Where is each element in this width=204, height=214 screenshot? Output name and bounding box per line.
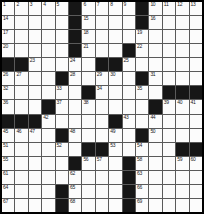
cell-r11c6[interactable] — [69, 143, 81, 156]
cell-r13c7[interactable] — [82, 171, 94, 184]
clue-number-42: 42 — [43, 115, 48, 120]
cell-r1c15[interactable]: 13 — [190, 2, 202, 15]
black-cell-r9c3 — [29, 115, 41, 128]
cell-r6c13[interactable] — [163, 72, 175, 85]
cell-r2c1[interactable]: 14 — [2, 16, 14, 29]
black-cell-r8c4 — [42, 100, 54, 113]
cell-r11c10[interactable] — [123, 143, 135, 156]
black-cell-r2c6 — [69, 16, 81, 29]
cell-r11c5[interactable]: 52 — [56, 143, 68, 156]
cell-r3c11[interactable]: 19 — [136, 30, 148, 43]
clue-number-11: 11 — [164, 2, 169, 7]
cell-r10c14[interactable] — [176, 129, 188, 142]
clue-number-5: 5 — [57, 2, 59, 7]
cell-r7c12[interactable] — [149, 86, 161, 99]
clue-number-15: 15 — [83, 16, 88, 21]
cell-r1c12[interactable]: 10 — [149, 2, 161, 15]
clue-number-26: 26 — [3, 72, 8, 77]
cell-r13c9[interactable] — [109, 171, 121, 184]
clue-number-2: 2 — [16, 2, 18, 7]
clue-number-50: 50 — [150, 129, 155, 134]
cell-r2c9[interactable] — [109, 16, 121, 29]
cell-r11c3[interactable] — [29, 143, 41, 156]
clue-number-67: 67 — [3, 199, 8, 204]
cell-r15c14[interactable] — [176, 199, 188, 212]
clue-number-21: 21 — [83, 44, 88, 49]
black-cell-r15c5 — [56, 199, 68, 212]
cell-r7c4[interactable] — [42, 86, 54, 99]
black-cell-r2c11 — [136, 16, 148, 29]
cell-r6c1[interactable]: 26 — [2, 72, 14, 85]
cell-r3c3[interactable] — [29, 30, 41, 43]
black-cell-r9c2 — [15, 115, 27, 128]
cell-r7c11[interactable]: 35 — [136, 86, 148, 99]
clue-number-68: 68 — [70, 199, 75, 204]
clue-number-13: 13 — [191, 2, 196, 7]
cell-r2c12[interactable]: 16 — [149, 16, 161, 29]
clue-number-17: 17 — [3, 30, 8, 35]
black-cell-r11c7 — [82, 143, 94, 156]
cell-r15c8[interactable] — [96, 199, 108, 212]
cell-r1c14[interactable]: 12 — [176, 2, 188, 15]
cell-r11c4[interactable] — [42, 143, 54, 156]
cell-r13c15[interactable] — [190, 171, 202, 184]
cell-r12c9[interactable] — [109, 157, 121, 170]
cell-r13c5[interactable] — [56, 171, 68, 184]
cell-r5c15[interactable] — [190, 58, 202, 71]
cell-r12c7[interactable]: 56 — [82, 157, 94, 170]
cell-r4c7[interactable]: 21 — [82, 44, 94, 57]
clue-number-35: 35 — [137, 86, 142, 91]
clue-number-6: 6 — [83, 2, 85, 7]
clue-number-1: 1 — [3, 2, 5, 7]
cell-r11c12[interactable] — [149, 143, 161, 156]
clue-number-69: 69 — [137, 199, 142, 204]
clue-number-51: 51 — [3, 143, 8, 148]
clue-number-38: 38 — [83, 100, 88, 105]
black-cell-r7c7 — [82, 86, 94, 99]
cell-r1c5[interactable]: 5 — [56, 2, 68, 15]
clue-number-44: 44 — [150, 115, 155, 120]
clue-number-58: 58 — [137, 157, 142, 162]
clue-number-4: 4 — [43, 2, 45, 7]
cell-r8c8[interactable] — [96, 100, 108, 113]
cell-r4c13[interactable] — [163, 44, 175, 57]
clue-number-66: 66 — [137, 185, 142, 190]
black-cell-r14c10 — [123, 185, 135, 198]
clue-number-9: 9 — [124, 2, 126, 7]
cell-r6c7[interactable] — [82, 72, 94, 85]
cell-r15c2[interactable] — [15, 199, 27, 212]
cell-r8c3[interactable] — [29, 100, 41, 113]
cell-r15c13[interactable] — [163, 199, 175, 212]
black-cell-r5c8 — [96, 58, 108, 71]
cell-r15c7[interactable] — [82, 199, 94, 212]
clue-number-12: 12 — [177, 2, 182, 7]
cell-r3c10[interactable] — [123, 30, 135, 43]
black-cell-r7c13 — [163, 86, 175, 99]
cell-r3c12[interactable] — [149, 30, 161, 43]
cell-r4c2[interactable] — [15, 44, 27, 57]
black-cell-r1c11 — [136, 2, 148, 15]
cell-r10c12[interactable]: 50 — [149, 129, 161, 142]
cell-r2c7[interactable]: 15 — [82, 16, 94, 29]
black-cell-r12c6 — [69, 157, 81, 170]
cell-r12c14[interactable]: 59 — [176, 157, 188, 170]
cell-r8c1[interactable]: 36 — [2, 100, 14, 113]
cell-r4c12[interactable] — [149, 44, 161, 57]
cell-r11c9[interactable]: 53 — [109, 143, 121, 156]
cell-r13c12[interactable] — [149, 171, 161, 184]
cell-r7c10[interactable] — [123, 86, 135, 99]
cell-r12c11[interactable]: 58 — [136, 157, 148, 170]
cell-r5c7[interactable] — [82, 58, 94, 71]
clue-number-65: 65 — [70, 185, 75, 190]
cell-r9c5[interactable] — [56, 115, 68, 128]
cell-r14c4[interactable] — [42, 185, 54, 198]
cell-r13c3[interactable] — [29, 171, 41, 184]
cell-r2c2[interactable] — [15, 16, 27, 29]
cell-r13c2[interactable] — [15, 171, 27, 184]
cell-r7c3[interactable] — [29, 86, 41, 99]
cell-r3c14[interactable] — [176, 30, 188, 43]
black-cell-r14c5 — [56, 185, 68, 198]
cell-r6c8[interactable]: 29 — [96, 72, 108, 85]
cell-r6c15[interactable] — [190, 72, 202, 85]
cell-r7c8[interactable]: 34 — [96, 86, 108, 99]
cell-r3c7[interactable]: 18 — [82, 30, 94, 43]
cell-r4c3[interactable] — [29, 44, 41, 57]
cell-r13c8[interactable] — [96, 171, 108, 184]
clue-number-56: 56 — [83, 157, 88, 162]
black-cell-r7c15 — [190, 86, 202, 99]
cell-r10c6[interactable]: 48 — [69, 129, 81, 142]
black-cell-r9c1 — [2, 115, 14, 128]
cell-r14c8[interactable] — [96, 185, 108, 198]
cell-r14c15[interactable] — [190, 185, 202, 198]
clue-number-52: 52 — [57, 143, 62, 148]
cell-r8c9[interactable] — [109, 100, 121, 113]
cell-r2c10[interactable] — [123, 16, 135, 29]
clue-number-20: 20 — [3, 44, 8, 49]
black-cell-r5c1 — [2, 58, 14, 71]
cell-r5c3[interactable]: 23 — [29, 58, 41, 71]
black-cell-r15c10 — [123, 199, 135, 212]
black-cell-r6c11 — [136, 72, 148, 85]
cell-r14c9[interactable] — [109, 185, 121, 198]
cell-r5c10[interactable]: 25 — [123, 58, 135, 71]
black-cell-r4c6 — [69, 44, 81, 57]
clue-number-3: 3 — [30, 2, 32, 7]
black-cell-r1c6 — [69, 2, 81, 15]
cell-r4c9[interactable] — [109, 44, 121, 57]
cell-r6c2[interactable]: 27 — [15, 72, 27, 85]
cell-r14c11[interactable]: 66 — [136, 185, 148, 198]
clue-number-19: 19 — [137, 30, 142, 35]
cell-r7c5[interactable]: 33 — [56, 86, 68, 99]
cell-r13c11[interactable]: 63 — [136, 171, 148, 184]
cell-r8c14[interactable]: 40 — [176, 100, 188, 113]
clue-number-16: 16 — [150, 16, 155, 21]
clue-number-24: 24 — [70, 58, 75, 63]
cell-r6c4[interactable] — [42, 72, 54, 85]
clue-number-18: 18 — [83, 30, 88, 35]
cell-r5c13[interactable] — [163, 58, 175, 71]
black-cell-r4c10 — [123, 44, 135, 57]
cell-r9c12[interactable]: 44 — [149, 115, 161, 128]
clue-number-30: 30 — [110, 72, 115, 77]
black-cell-r11c8 — [96, 143, 108, 156]
cell-r2c5[interactable] — [56, 16, 68, 29]
cell-r3c2[interactable] — [15, 30, 27, 43]
cell-r11c2[interactable] — [15, 143, 27, 156]
cell-r14c13[interactable] — [163, 185, 175, 198]
black-cell-r3c6 — [69, 30, 81, 43]
cell-r14c7[interactable] — [82, 185, 94, 198]
clue-number-7: 7 — [97, 2, 99, 7]
cell-r2c3[interactable] — [29, 16, 41, 29]
cell-r8c10[interactable] — [123, 100, 135, 113]
clue-number-8: 8 — [110, 2, 112, 7]
cell-r12c4[interactable] — [42, 157, 54, 170]
cell-r9c8[interactable] — [96, 115, 108, 128]
cell-r9c15[interactable] — [190, 115, 202, 128]
cell-r13c4[interactable] — [42, 171, 54, 184]
black-cell-r5c9 — [109, 58, 121, 71]
clue-number-14: 14 — [3, 16, 8, 21]
cell-r5c11[interactable] — [136, 58, 148, 71]
cell-r12c1[interactable]: 55 — [2, 157, 14, 170]
cell-r15c6[interactable]: 68 — [69, 199, 81, 212]
cell-r6c14[interactable] — [176, 72, 188, 85]
clue-number-63: 63 — [137, 171, 142, 176]
cell-r3c13[interactable] — [163, 30, 175, 43]
cell-r1c10[interactable]: 9 — [123, 2, 135, 15]
clue-number-48: 48 — [70, 129, 75, 134]
clue-number-49: 49 — [110, 129, 115, 134]
clue-number-41: 41 — [191, 100, 196, 105]
cell-r9c7[interactable] — [82, 115, 94, 128]
clue-number-33: 33 — [57, 86, 62, 91]
cell-r12c8[interactable]: 57 — [96, 157, 108, 170]
clue-number-39: 39 — [164, 100, 169, 105]
cell-r2c8[interactable] — [96, 16, 108, 29]
cell-r11c11[interactable]: 54 — [136, 143, 148, 156]
cell-r4c14[interactable] — [176, 44, 188, 57]
black-cell-r11c15 — [190, 143, 202, 156]
clue-number-37: 37 — [57, 100, 62, 105]
cell-r8c7[interactable]: 38 — [82, 100, 94, 113]
cell-r6c6[interactable]: 28 — [69, 72, 81, 85]
cell-r2c14[interactable] — [176, 16, 188, 29]
clue-number-61: 61 — [3, 171, 8, 176]
black-cell-r12c10 — [123, 157, 135, 170]
cell-r10c3[interactable]: 47 — [29, 129, 41, 142]
cell-r3c15[interactable] — [190, 30, 202, 43]
clue-number-64: 64 — [3, 185, 8, 190]
cell-r15c15[interactable] — [190, 199, 202, 212]
cell-r15c1[interactable]: 67 — [2, 199, 14, 212]
cell-r14c6[interactable]: 65 — [69, 185, 81, 198]
cell-r5c4[interactable] — [42, 58, 54, 71]
crossword-puzzle: 1234567891011121314151617181920212223242… — [0, 0, 204, 214]
cell-r1c9[interactable]: 8 — [109, 2, 121, 15]
cell-r5c5[interactable] — [56, 58, 68, 71]
cell-r5c14[interactable] — [176, 58, 188, 71]
cell-r4c15[interactable] — [190, 44, 202, 57]
cell-r12c12[interactable] — [149, 157, 161, 170]
cell-r1c7[interactable]: 6 — [82, 2, 94, 15]
clue-number-22: 22 — [137, 44, 142, 49]
black-cell-r7c14 — [176, 86, 188, 99]
cell-r2c13[interactable] — [163, 16, 175, 29]
black-cell-r5c2 — [15, 58, 27, 71]
clue-number-23: 23 — [30, 58, 35, 63]
cell-r7c1[interactable]: 32 — [2, 86, 14, 99]
clue-number-57: 57 — [97, 157, 102, 162]
cell-r13c6[interactable]: 62 — [69, 171, 81, 184]
cell-r1c4[interactable]: 4 — [42, 2, 54, 15]
cell-r1c2[interactable]: 2 — [15, 2, 27, 15]
cell-r9c4[interactable]: 42 — [42, 115, 54, 128]
cell-r1c3[interactable]: 3 — [29, 2, 41, 15]
cell-r10c4[interactable] — [42, 129, 54, 142]
clue-number-29: 29 — [97, 72, 102, 77]
black-cell-r9c9 — [109, 115, 121, 128]
cell-r3c1[interactable]: 17 — [2, 30, 14, 43]
cell-r6c3[interactable] — [29, 72, 41, 85]
cell-r4c1[interactable]: 20 — [2, 44, 14, 57]
cell-r11c13[interactable] — [163, 143, 175, 156]
cell-r8c15[interactable]: 41 — [190, 100, 202, 113]
cell-r4c4[interactable] — [42, 44, 54, 57]
clue-number-54: 54 — [137, 143, 142, 148]
cell-r12c2[interactable] — [15, 157, 27, 170]
clue-number-25: 25 — [124, 58, 129, 63]
crossword-grid: 1234567891011121314151617181920212223242… — [0, 0, 204, 214]
cell-r5c12[interactable] — [149, 58, 161, 71]
cell-r8c11[interactable] — [136, 100, 148, 113]
cell-r12c5[interactable] — [56, 157, 68, 170]
clue-number-32: 32 — [3, 86, 8, 91]
cell-r7c6[interactable] — [69, 86, 81, 99]
cell-r13c13[interactable] — [163, 171, 175, 184]
cell-r2c4[interactable] — [42, 16, 54, 29]
clue-number-36: 36 — [3, 100, 8, 105]
clue-number-40: 40 — [177, 100, 182, 105]
cell-r8c2[interactable] — [15, 100, 27, 113]
cell-r9c14[interactable] — [176, 115, 188, 128]
cell-r15c4[interactable] — [42, 199, 54, 212]
cell-r3c8[interactable] — [96, 30, 108, 43]
cell-r2c15[interactable] — [190, 16, 202, 29]
cell-r6c9[interactable]: 30 — [109, 72, 121, 85]
cell-r10c1[interactable]: 45 — [2, 129, 14, 142]
cell-r10c15[interactable] — [190, 129, 202, 142]
clue-number-27: 27 — [16, 72, 21, 77]
cell-r8c5[interactable]: 37 — [56, 100, 68, 113]
cell-r10c2[interactable]: 46 — [15, 129, 27, 142]
cell-r14c1[interactable]: 64 — [2, 185, 14, 198]
clue-number-46: 46 — [16, 129, 21, 134]
cell-r14c2[interactable] — [15, 185, 27, 198]
clue-number-28: 28 — [70, 72, 75, 77]
cell-r12c3[interactable] — [29, 157, 41, 170]
cell-r1c13[interactable]: 11 — [163, 2, 175, 15]
cell-r6c12[interactable]: 31 — [149, 72, 161, 85]
cell-r9c10[interactable]: 43 — [123, 115, 135, 128]
cell-r10c8[interactable] — [96, 129, 108, 142]
cell-r4c8[interactable] — [96, 44, 108, 57]
cell-r3c9[interactable] — [109, 30, 121, 43]
clue-number-55: 55 — [3, 157, 8, 162]
black-cell-r10c11 — [136, 129, 148, 142]
cell-r10c13[interactable] — [163, 129, 175, 142]
cell-r3c5[interactable] — [56, 30, 68, 43]
cell-r9c11[interactable] — [136, 115, 148, 128]
cell-r14c14[interactable] — [176, 185, 188, 198]
cell-r12c13[interactable] — [163, 157, 175, 170]
cell-r5c6[interactable]: 24 — [69, 58, 81, 71]
clue-number-60: 60 — [191, 157, 196, 162]
black-cell-r10c5 — [56, 129, 68, 142]
cell-r8c13[interactable]: 39 — [163, 100, 175, 113]
clue-number-62: 62 — [70, 171, 75, 176]
black-cell-r11c14 — [176, 143, 188, 156]
clue-number-43: 43 — [124, 115, 129, 120]
cell-r15c12[interactable] — [149, 199, 161, 212]
cell-r1c1[interactable]: 1 — [2, 2, 14, 15]
black-cell-r8c12 — [149, 100, 161, 113]
cell-r15c9[interactable] — [109, 199, 121, 212]
clue-number-10: 10 — [150, 2, 155, 7]
cell-r13c14[interactable] — [176, 171, 188, 184]
cell-r15c11[interactable]: 69 — [136, 199, 148, 212]
cell-r10c10[interactable] — [123, 129, 135, 142]
cell-r4c5[interactable] — [56, 44, 68, 57]
cell-r10c7[interactable] — [82, 129, 94, 142]
cell-r14c12[interactable] — [149, 185, 161, 198]
clue-number-53: 53 — [110, 143, 115, 148]
cell-r11c1[interactable]: 51 — [2, 143, 14, 156]
cell-r14c3[interactable] — [29, 185, 41, 198]
cell-r1c8[interactable]: 7 — [96, 2, 108, 15]
cell-r3c4[interactable] — [42, 30, 54, 43]
clue-number-45: 45 — [3, 129, 8, 134]
clue-number-31: 31 — [150, 72, 155, 77]
clue-number-47: 47 — [30, 129, 35, 134]
cell-r13c1[interactable]: 61 — [2, 171, 14, 184]
black-cell-r6c5 — [56, 72, 68, 85]
clue-number-34: 34 — [97, 86, 102, 91]
cell-r8c6[interactable] — [69, 100, 81, 113]
cell-r4c11[interactable]: 22 — [136, 44, 148, 57]
clue-number-59: 59 — [177, 157, 182, 162]
cell-r12c15[interactable]: 60 — [190, 157, 202, 170]
cell-r7c2[interactable] — [15, 86, 27, 99]
black-cell-r13c10 — [123, 171, 135, 184]
cell-r15c3[interactable] — [29, 199, 41, 212]
cell-r7c9[interactable] — [109, 86, 121, 99]
cell-r9c13[interactable] — [163, 115, 175, 128]
cell-r10c9[interactable]: 49 — [109, 129, 121, 142]
cell-r9c6[interactable] — [69, 115, 81, 128]
cell-r6c10[interactable] — [123, 72, 135, 85]
